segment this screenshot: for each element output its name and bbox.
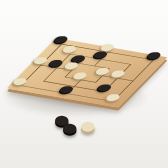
off-board-stone-black-2[interactable]: ●	[63, 120, 81, 134]
black-stone-g7[interactable]: ●	[144, 50, 166, 61]
off-board-stone-white-3[interactable]: ●	[81, 118, 99, 132]
white-stone-glyph: ●	[80, 120, 100, 133]
board-points-layer: ●●●●●●●●●●●●●●●●	[56, 38, 168, 57]
product-photo-scene: ●●●●●●●●●●●●●●●● ●●●	[0, 0, 168, 168]
black-stone-glyph: ●	[62, 122, 82, 135]
